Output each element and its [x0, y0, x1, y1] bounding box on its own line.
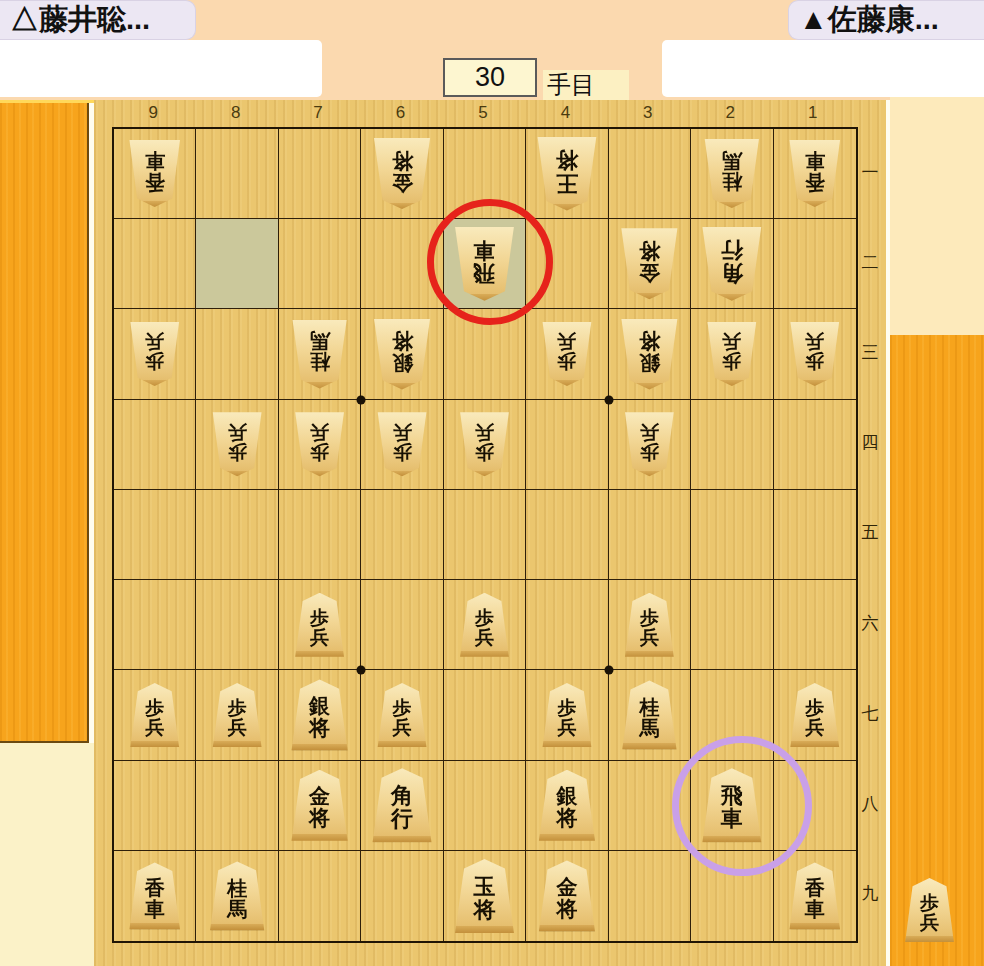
square-8-4[interactable]: 歩兵 — [196, 400, 278, 490]
rank-label-7: 七 — [854, 668, 886, 758]
square-4-1[interactable]: 王将 — [526, 129, 608, 219]
star-point — [357, 666, 366, 675]
piece-sente-fuhyo[interactable]: 歩兵 — [903, 878, 956, 942]
square-9-5[interactable] — [114, 490, 196, 580]
piece-gote-fuhyo[interactable]: 歩兵 — [293, 412, 346, 476]
square-7-1[interactable] — [279, 129, 361, 219]
piece-kanji: 銀将 — [639, 329, 660, 373]
piece-kanji: 桂馬 — [310, 330, 330, 372]
piece-kanji: 桂馬 — [639, 697, 659, 739]
piece-sente-kinsho[interactable]: 金将 — [289, 770, 350, 841]
square-3-4[interactable]: 歩兵 — [609, 400, 691, 490]
piece-sente-fuhyo[interactable]: 歩兵 — [458, 593, 511, 657]
piece-sente-kyosha[interactable]: 香車 — [127, 862, 182, 929]
square-9-2[interactable] — [114, 219, 196, 309]
piece-sente-ginsho[interactable]: 銀将 — [536, 770, 597, 841]
rank-label-6: 六 — [854, 578, 886, 668]
gote-hand-tray — [0, 103, 89, 743]
piece-kanji: 香車 — [805, 878, 825, 920]
square-3-9[interactable] — [609, 851, 691, 941]
piece-kanji: 歩兵 — [310, 422, 329, 462]
piece-sente-keima[interactable]: 桂馬 — [620, 680, 679, 749]
square-1-1[interactable]: 香車 — [774, 129, 856, 219]
square-4-9[interactable]: 金将 — [526, 851, 608, 941]
square-2-4[interactable] — [691, 400, 773, 490]
file-label-5: 5 — [442, 103, 524, 125]
square-2-2[interactable]: 角行 — [691, 219, 773, 309]
square-1-7[interactable]: 歩兵 — [774, 670, 856, 760]
gote-player-name: △藤井聡... — [10, 0, 150, 40]
square-4-3[interactable]: 歩兵 — [526, 309, 608, 399]
square-8-1[interactable] — [196, 129, 278, 219]
square-7-8[interactable]: 金将 — [279, 761, 361, 851]
square-8-6[interactable] — [196, 580, 278, 670]
gote-info-panel — [0, 40, 322, 97]
square-5-8[interactable] — [444, 761, 526, 851]
square-1-3[interactable]: 歩兵 — [774, 309, 856, 399]
highlight-circle-purple — [672, 736, 812, 876]
square-8-9[interactable]: 桂馬 — [196, 851, 278, 941]
square-8-8[interactable] — [196, 761, 278, 851]
piece-gote-fuhyo[interactable]: 歩兵 — [788, 322, 841, 386]
piece-kanji: 桂馬 — [722, 150, 742, 192]
top-right-panel — [890, 97, 984, 335]
sente-player-name: ▲佐藤康... — [799, 0, 939, 40]
rank-label-5: 五 — [854, 488, 886, 578]
square-5-9[interactable]: 玉将 — [444, 851, 526, 941]
file-label-4: 4 — [524, 103, 606, 125]
piece-gote-ginsho[interactable]: 銀将 — [619, 319, 680, 390]
piece-kanji: 角行 — [391, 785, 413, 831]
square-4-6[interactable] — [526, 580, 608, 670]
rank-label-9: 九 — [854, 849, 886, 939]
square-8-2[interactable] — [196, 219, 278, 309]
piece-gote-kinsho[interactable]: 金将 — [619, 228, 680, 299]
sente-info-panel — [662, 40, 984, 97]
piece-gote-fuhyo[interactable]: 歩兵 — [128, 322, 181, 386]
square-5-6[interactable]: 歩兵 — [444, 580, 526, 670]
square-4-8[interactable]: 銀将 — [526, 761, 608, 851]
square-3-3[interactable]: 銀将 — [609, 309, 691, 399]
piece-gote-kakugyo[interactable]: 角行 — [700, 227, 764, 301]
gote-player-tab[interactable]: △藤井聡... — [0, 0, 196, 40]
square-4-4[interactable] — [526, 400, 608, 490]
piece-kanji: 香車 — [145, 878, 165, 920]
square-6-4[interactable]: 歩兵 — [361, 400, 443, 490]
sente-player-tab[interactable]: ▲佐藤康... — [788, 0, 984, 40]
piece-gote-kyosha[interactable]: 香車 — [127, 140, 182, 207]
square-9-8[interactable] — [114, 761, 196, 851]
square-7-4[interactable]: 歩兵 — [279, 400, 361, 490]
piece-kanji: 歩兵 — [805, 698, 824, 738]
square-1-5[interactable] — [774, 490, 856, 580]
star-point — [357, 395, 366, 404]
move-number-input[interactable]: 30 — [443, 58, 537, 97]
square-9-6[interactable] — [114, 580, 196, 670]
file-label-2: 2 — [689, 103, 771, 125]
star-point — [604, 666, 613, 675]
piece-gote-fuhyo[interactable]: 歩兵 — [211, 412, 264, 476]
square-6-1[interactable]: 金将 — [361, 129, 443, 219]
square-3-7[interactable]: 桂馬 — [609, 670, 691, 760]
rank-label-8: 八 — [854, 759, 886, 849]
piece-kanji: 歩兵 — [310, 608, 329, 648]
square-6-5[interactable] — [361, 490, 443, 580]
square-7-2[interactable] — [279, 219, 361, 309]
square-6-9[interactable] — [361, 851, 443, 941]
square-7-5[interactable] — [279, 490, 361, 580]
file-label-8: 8 — [194, 103, 276, 125]
piece-kanji: 歩兵 — [805, 331, 824, 371]
piece-sente-ginsho[interactable]: 銀将 — [289, 679, 350, 750]
piece-gote-keima[interactable]: 桂馬 — [290, 320, 349, 389]
piece-kanji: 歩兵 — [393, 422, 412, 462]
square-9-9[interactable]: 香車 — [114, 851, 196, 941]
piece-gote-fuhyo[interactable]: 歩兵 — [705, 322, 758, 386]
piece-kanji: 金将 — [309, 786, 330, 830]
piece-sente-kyosha[interactable]: 香車 — [787, 862, 842, 929]
square-2-1[interactable]: 桂馬 — [691, 129, 773, 219]
piece-gote-kinsho[interactable]: 金将 — [372, 138, 433, 209]
piece-kanji: 歩兵 — [640, 422, 659, 462]
piece-kanji: 香車 — [145, 150, 165, 192]
piece-kanji: 歩兵 — [722, 331, 741, 371]
square-7-6[interactable]: 歩兵 — [279, 580, 361, 670]
piece-kanji: 銀将 — [556, 786, 577, 830]
move-counter-suffix: 手目 — [543, 70, 629, 100]
square-5-4[interactable]: 歩兵 — [444, 400, 526, 490]
square-3-6[interactable]: 歩兵 — [609, 580, 691, 670]
rank-label-3: 三 — [854, 307, 886, 397]
square-9-1[interactable]: 香車 — [114, 129, 196, 219]
file-label-3: 3 — [607, 103, 689, 125]
piece-kanji: 歩兵 — [145, 698, 164, 738]
piece-kanji: 歩兵 — [475, 422, 494, 462]
square-3-1[interactable] — [609, 129, 691, 219]
last-move-circle-red — [427, 199, 553, 325]
piece-kanji: 玉将 — [473, 876, 495, 922]
sente-hand-tray: 歩兵 — [890, 335, 984, 966]
piece-gote-osho[interactable]: 王将 — [535, 137, 599, 211]
piece-kanji: 銀将 — [392, 329, 413, 373]
square-6-8[interactable]: 角行 — [361, 761, 443, 851]
piece-sente-fuhyo[interactable]: 歩兵 — [293, 593, 346, 657]
file-label-7: 7 — [277, 103, 359, 125]
square-6-3[interactable]: 銀将 — [361, 309, 443, 399]
piece-kanji: 歩兵 — [557, 331, 576, 371]
rank-label-2: 二 — [854, 217, 886, 307]
piece-kanji: 歩兵 — [228, 698, 247, 738]
piece-gote-keima[interactable]: 桂馬 — [702, 139, 761, 208]
rank-label-1: 一 — [854, 127, 886, 217]
piece-sente-keima[interactable]: 桂馬 — [208, 861, 267, 930]
square-4-5[interactable] — [526, 490, 608, 580]
piece-sente-fuhyo[interactable]: 歩兵 — [623, 593, 676, 657]
piece-kanji: 歩兵 — [228, 422, 247, 462]
square-4-7[interactable]: 歩兵 — [526, 670, 608, 760]
square-1-9[interactable]: 香車 — [774, 851, 856, 941]
piece-kanji: 歩兵 — [920, 893, 939, 933]
piece-kanji: 金将 — [639, 239, 660, 283]
piece-kanji: 金将 — [556, 877, 577, 921]
piece-sente-kakugyo[interactable]: 角行 — [370, 768, 434, 842]
rank-label-4: 四 — [854, 398, 886, 488]
piece-kanji: 歩兵 — [557, 698, 576, 738]
piece-gote-fuhyo[interactable]: 歩兵 — [458, 412, 511, 476]
piece-gote-fuhyo[interactable]: 歩兵 — [540, 322, 593, 386]
bottom-left-panel — [0, 743, 94, 966]
piece-sente-fuhyo[interactable]: 歩兵 — [540, 683, 593, 747]
piece-kanji: 歩兵 — [640, 608, 659, 648]
square-8-7[interactable]: 歩兵 — [196, 670, 278, 760]
square-3-2[interactable]: 金将 — [609, 219, 691, 309]
square-7-3[interactable]: 桂馬 — [279, 309, 361, 399]
piece-gote-kyosha[interactable]: 香車 — [787, 140, 842, 207]
piece-kanji: 角行 — [721, 238, 743, 284]
piece-kanji: 金将 — [392, 149, 413, 193]
piece-kanji: 桂馬 — [227, 878, 247, 920]
square-3-5[interactable] — [609, 490, 691, 580]
piece-kanji: 歩兵 — [393, 698, 412, 738]
square-7-7[interactable]: 銀将 — [279, 670, 361, 760]
file-label-1: 1 — [772, 103, 854, 125]
file-labels: 987654321 — [112, 103, 854, 125]
square-1-6[interactable] — [774, 580, 856, 670]
piece-kanji: 銀将 — [309, 696, 330, 740]
piece-sente-fuhyo[interactable]: 歩兵 — [788, 683, 841, 747]
square-8-5[interactable] — [196, 490, 278, 580]
piece-gote-fuhyo[interactable]: 歩兵 — [376, 412, 429, 476]
square-9-3[interactable]: 歩兵 — [114, 309, 196, 399]
square-1-2[interactable] — [774, 219, 856, 309]
file-label-9: 9 — [112, 103, 194, 125]
piece-kanji: 歩兵 — [145, 331, 164, 371]
square-1-4[interactable] — [774, 400, 856, 490]
piece-sente-fuhyo[interactable]: 歩兵 — [376, 683, 429, 747]
square-8-3[interactable] — [196, 309, 278, 399]
piece-sente-kinsho[interactable]: 金将 — [536, 860, 597, 931]
rank-labels: 一二三四五六七八九 — [854, 127, 886, 939]
shogi-app-window: △藤井聡... ▲佐藤康... 30 手目 987654321 香車金将王将桂馬… — [0, 0, 984, 966]
piece-sente-fuhyo[interactable]: 歩兵 — [211, 683, 264, 747]
square-6-7[interactable]: 歩兵 — [361, 670, 443, 760]
piece-sente-gyokusho[interactable]: 玉将 — [452, 859, 516, 933]
square-2-5[interactable] — [691, 490, 773, 580]
piece-kanji: 歩兵 — [475, 608, 494, 648]
piece-kanji: 王将 — [556, 148, 578, 194]
piece-kanji: 香車 — [805, 150, 825, 192]
piece-gote-ginsho[interactable]: 銀将 — [372, 319, 433, 390]
square-5-7[interactable] — [444, 670, 526, 760]
square-2-3[interactable]: 歩兵 — [691, 309, 773, 399]
square-5-5[interactable] — [444, 490, 526, 580]
square-2-6[interactable] — [691, 580, 773, 670]
square-9-7[interactable]: 歩兵 — [114, 670, 196, 760]
piece-sente-fuhyo[interactable]: 歩兵 — [128, 683, 181, 747]
square-6-6[interactable] — [361, 580, 443, 670]
square-9-4[interactable] — [114, 400, 196, 490]
square-7-9[interactable] — [279, 851, 361, 941]
star-point — [604, 395, 613, 404]
file-label-6: 6 — [359, 103, 441, 125]
piece-gote-fuhyo[interactable]: 歩兵 — [623, 412, 676, 476]
